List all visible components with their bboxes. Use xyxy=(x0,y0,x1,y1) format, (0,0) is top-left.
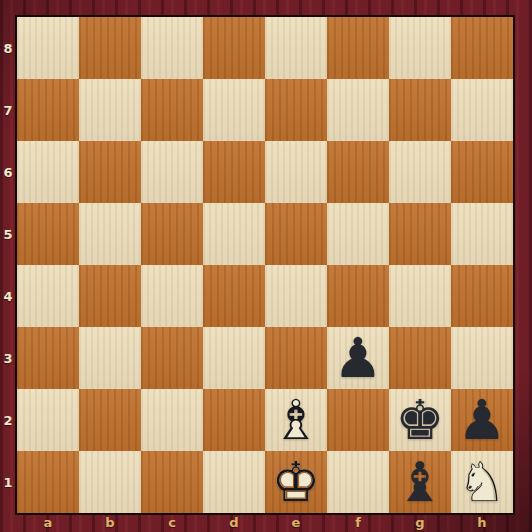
piece-white-knight[interactable]: ♞♘ xyxy=(451,451,513,513)
square-d1[interactable] xyxy=(203,451,265,513)
square-b2[interactable] xyxy=(79,389,141,451)
file-label-b: b xyxy=(79,513,141,532)
square-g1[interactable]: ♝ xyxy=(389,451,451,513)
square-e1[interactable]: ♚♔ xyxy=(265,451,327,513)
square-h1[interactable]: ♞♘ xyxy=(451,451,513,513)
piece-white-king[interactable]: ♚♔ xyxy=(265,451,327,513)
white-king-glyph: ♚ xyxy=(265,451,327,513)
square-c6[interactable] xyxy=(141,141,203,203)
square-f2[interactable] xyxy=(327,389,389,451)
square-c5[interactable] xyxy=(141,203,203,265)
chess-board: ♟♝♗♚♟♚♔♝♞♘ xyxy=(17,17,513,513)
white-king-outline-glyph: ♔ xyxy=(265,451,327,513)
square-h4[interactable] xyxy=(451,265,513,327)
white-bishop-glyph: ♝ xyxy=(265,389,327,451)
rank-label-5: 5 xyxy=(0,203,16,265)
white-bishop-outline-glyph: ♗ xyxy=(265,389,327,451)
square-d7[interactable] xyxy=(203,79,265,141)
black-bishop-glyph: ♝ xyxy=(389,451,451,513)
black-pawn-glyph: ♟ xyxy=(451,389,513,451)
piece-black-bishop[interactable]: ♝ xyxy=(389,451,451,513)
square-e3[interactable] xyxy=(265,327,327,389)
rank-label-8: 8 xyxy=(0,17,16,79)
square-b1[interactable] xyxy=(79,451,141,513)
square-a8[interactable] xyxy=(17,17,79,79)
square-d3[interactable] xyxy=(203,327,265,389)
square-a2[interactable] xyxy=(17,389,79,451)
square-a1[interactable] xyxy=(17,451,79,513)
square-g8[interactable] xyxy=(389,17,451,79)
piece-black-pawn[interactable]: ♟ xyxy=(451,389,513,451)
square-b5[interactable] xyxy=(79,203,141,265)
chess-diagram: ♟♝♗♚♟♚♔♝♞♘ 87654321 abcdefgh xyxy=(0,0,532,532)
square-e4[interactable] xyxy=(265,265,327,327)
square-e5[interactable] xyxy=(265,203,327,265)
black-pawn-glyph: ♟ xyxy=(327,327,389,389)
square-e6[interactable] xyxy=(265,141,327,203)
square-d2[interactable] xyxy=(203,389,265,451)
file-label-e: e xyxy=(265,513,327,532)
square-c4[interactable] xyxy=(141,265,203,327)
square-g4[interactable] xyxy=(389,265,451,327)
square-f3[interactable]: ♟ xyxy=(327,327,389,389)
black-king-glyph: ♚ xyxy=(389,389,451,451)
white-knight-glyph: ♞ xyxy=(451,451,513,513)
square-a6[interactable] xyxy=(17,141,79,203)
square-h7[interactable] xyxy=(451,79,513,141)
square-e2[interactable]: ♝♗ xyxy=(265,389,327,451)
square-f8[interactable] xyxy=(327,17,389,79)
square-g7[interactable] xyxy=(389,79,451,141)
square-c7[interactable] xyxy=(141,79,203,141)
square-f4[interactable] xyxy=(327,265,389,327)
square-a5[interactable] xyxy=(17,203,79,265)
rank-label-4: 4 xyxy=(0,265,16,327)
rank-label-7: 7 xyxy=(0,79,16,141)
file-label-h: h xyxy=(451,513,513,532)
square-h3[interactable] xyxy=(451,327,513,389)
file-label-g: g xyxy=(389,513,451,532)
square-c2[interactable] xyxy=(141,389,203,451)
square-h5[interactable] xyxy=(451,203,513,265)
piece-white-bishop[interactable]: ♝♗ xyxy=(265,389,327,451)
square-h2[interactable]: ♟ xyxy=(451,389,513,451)
file-label-f: f xyxy=(327,513,389,532)
square-e7[interactable] xyxy=(265,79,327,141)
piece-black-pawn[interactable]: ♟ xyxy=(327,327,389,389)
square-d5[interactable] xyxy=(203,203,265,265)
square-e8[interactable] xyxy=(265,17,327,79)
square-a4[interactable] xyxy=(17,265,79,327)
square-g5[interactable] xyxy=(389,203,451,265)
white-knight-outline-glyph: ♘ xyxy=(451,451,513,513)
square-f7[interactable] xyxy=(327,79,389,141)
square-c8[interactable] xyxy=(141,17,203,79)
file-labels: abcdefgh xyxy=(17,513,513,532)
square-f6[interactable] xyxy=(327,141,389,203)
rank-label-1: 1 xyxy=(0,451,16,513)
square-g2[interactable]: ♚ xyxy=(389,389,451,451)
square-c1[interactable] xyxy=(141,451,203,513)
square-g3[interactable] xyxy=(389,327,451,389)
square-h8[interactable] xyxy=(451,17,513,79)
square-b8[interactable] xyxy=(79,17,141,79)
file-label-d: d xyxy=(203,513,265,532)
square-f5[interactable] xyxy=(327,203,389,265)
square-h6[interactable] xyxy=(451,141,513,203)
square-d4[interactable] xyxy=(203,265,265,327)
square-b6[interactable] xyxy=(79,141,141,203)
rank-label-2: 2 xyxy=(0,389,16,451)
square-d6[interactable] xyxy=(203,141,265,203)
square-b3[interactable] xyxy=(79,327,141,389)
square-f1[interactable] xyxy=(327,451,389,513)
file-label-c: c xyxy=(141,513,203,532)
square-b7[interactable] xyxy=(79,79,141,141)
file-label-a: a xyxy=(17,513,79,532)
square-b4[interactable] xyxy=(79,265,141,327)
rank-label-6: 6 xyxy=(0,141,16,203)
square-a3[interactable] xyxy=(17,327,79,389)
piece-black-king[interactable]: ♚ xyxy=(389,389,451,451)
square-a7[interactable] xyxy=(17,79,79,141)
square-d8[interactable] xyxy=(203,17,265,79)
square-g6[interactable] xyxy=(389,141,451,203)
rank-labels: 87654321 xyxy=(0,17,17,513)
square-c3[interactable] xyxy=(141,327,203,389)
rank-label-3: 3 xyxy=(0,327,16,389)
